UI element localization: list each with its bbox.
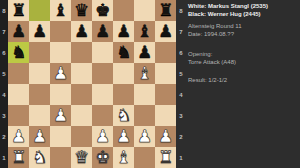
- black-rook[interactable]: ♜: [155, 0, 176, 21]
- white-pawn[interactable]: ♟: [29, 126, 50, 147]
- white-pawn[interactable]: ♟: [8, 126, 29, 147]
- white-pawn[interactable]: ♟: [134, 126, 155, 147]
- square-a8[interactable]: ♜: [8, 0, 29, 21]
- rank-label-2: 2: [0, 126, 8, 147]
- white-knight[interactable]: ♞: [113, 105, 134, 126]
- opening-label: Opening:: [188, 50, 296, 58]
- black-rook[interactable]: ♜: [8, 0, 29, 21]
- black-queen[interactable]: ♛: [71, 0, 92, 21]
- square-c6[interactable]: [50, 42, 71, 63]
- square-b6[interactable]: [29, 42, 50, 63]
- square-a1[interactable]: ♜: [8, 147, 29, 168]
- rank-label-6: 6: [176, 42, 186, 63]
- square-h5[interactable]: [155, 63, 176, 84]
- rank-label-8: 8: [176, 0, 186, 21]
- square-g5[interactable]: ♝: [134, 63, 155, 84]
- white-player-line: White: Markus Stangl (2535): [188, 2, 296, 10]
- white-pawn[interactable]: ♟: [113, 126, 134, 147]
- square-f5[interactable]: [113, 63, 134, 84]
- square-g1[interactable]: [134, 147, 155, 168]
- square-b2[interactable]: ♟: [29, 126, 50, 147]
- square-b1[interactable]: ♞: [29, 147, 50, 168]
- square-g6[interactable]: ♟: [134, 42, 155, 63]
- square-f7[interactable]: ♟: [113, 21, 134, 42]
- white-bishop[interactable]: ♝: [113, 147, 134, 168]
- square-f3[interactable]: ♞: [113, 105, 134, 126]
- chess-app: 87654321 ♜♝♛♚♜♟♟♟♟♟♝♟♞♞♟♟♝♟♞♟♟♟♟♟♟♜♞♛♚♝♜…: [0, 0, 300, 168]
- square-a6[interactable]: ♞: [8, 42, 29, 63]
- white-pawn[interactable]: ♟: [50, 105, 71, 126]
- date-line: Date: 1994.08.??: [188, 30, 296, 38]
- square-h8[interactable]: ♜: [155, 0, 176, 21]
- result-line: Result: 1/2-1/2: [188, 76, 296, 84]
- square-d8[interactable]: ♛: [71, 0, 92, 21]
- white-pawn[interactable]: ♟: [155, 126, 176, 147]
- square-b5[interactable]: [29, 63, 50, 84]
- opening-name: Torre Attack (A48): [188, 58, 296, 66]
- square-c3[interactable]: ♟: [50, 105, 71, 126]
- square-c7[interactable]: [50, 21, 71, 42]
- square-c5[interactable]: ♟: [50, 63, 71, 84]
- square-f8[interactable]: [113, 0, 134, 21]
- square-g8[interactable]: [134, 0, 155, 21]
- square-h7[interactable]: ♟: [155, 21, 176, 42]
- square-g7[interactable]: ♝: [134, 21, 155, 42]
- white-queen[interactable]: ♛: [71, 147, 92, 168]
- black-king[interactable]: ♚: [92, 0, 113, 21]
- black-pawn[interactable]: ♟: [29, 21, 50, 42]
- rank-label-5: 5: [0, 63, 8, 84]
- square-e7[interactable]: ♟: [92, 21, 113, 42]
- black-pawn[interactable]: ♟: [8, 21, 29, 42]
- square-f4[interactable]: [113, 84, 134, 105]
- square-g3[interactable]: [134, 105, 155, 126]
- rank-label-3: 3: [0, 105, 8, 126]
- square-e3[interactable]: [92, 105, 113, 126]
- black-pawn[interactable]: ♟: [71, 21, 92, 42]
- black-pawn[interactable]: ♟: [113, 21, 134, 42]
- square-h3[interactable]: [155, 105, 176, 126]
- square-e2[interactable]: ♟: [92, 126, 113, 147]
- square-d2[interactable]: [71, 126, 92, 147]
- rank-label-1: 1: [0, 147, 8, 168]
- black-bishop[interactable]: ♝: [134, 21, 155, 42]
- square-f2[interactable]: ♟: [113, 126, 134, 147]
- white-bishop[interactable]: ♝: [134, 63, 155, 84]
- square-a2[interactable]: ♟: [8, 126, 29, 147]
- rank-labels-right: 87654321: [176, 0, 186, 168]
- rank-label-8: 8: [0, 0, 8, 21]
- rank-label-5: 5: [176, 63, 186, 84]
- square-b3[interactable]: [29, 105, 50, 126]
- square-d4[interactable]: [71, 84, 92, 105]
- square-e8[interactable]: ♚: [92, 0, 113, 21]
- rank-label-4: 4: [176, 84, 186, 105]
- square-a7[interactable]: ♟: [8, 21, 29, 42]
- square-d1[interactable]: ♛: [71, 147, 92, 168]
- square-c4[interactable]: [50, 84, 71, 105]
- square-d7[interactable]: ♟: [71, 21, 92, 42]
- white-knight[interactable]: ♞: [29, 147, 50, 168]
- square-a5[interactable]: [8, 63, 29, 84]
- square-f1[interactable]: ♝: [113, 147, 134, 168]
- info-panel: 87654321 White: Markus Stangl (2535) Bla…: [176, 0, 300, 168]
- black-pawn[interactable]: ♟: [155, 21, 176, 42]
- square-h4[interactable]: [155, 84, 176, 105]
- square-g2[interactable]: ♟: [134, 126, 155, 147]
- square-g4[interactable]: [134, 84, 155, 105]
- black-knight[interactable]: ♞: [113, 42, 134, 63]
- square-e5[interactable]: [92, 63, 113, 84]
- square-h6[interactable]: [155, 42, 176, 63]
- square-a3[interactable]: [8, 105, 29, 126]
- rank-label-2: 2: [176, 126, 186, 147]
- rank-label-6: 6: [0, 42, 8, 63]
- rank-label-4: 4: [0, 84, 8, 105]
- square-f6[interactable]: ♞: [113, 42, 134, 63]
- square-h1[interactable]: ♜: [155, 147, 176, 168]
- square-c1[interactable]: [50, 147, 71, 168]
- white-pawn[interactable]: ♟: [92, 126, 113, 147]
- rank-label-7: 7: [176, 21, 186, 42]
- square-a4[interactable]: [8, 84, 29, 105]
- white-rook[interactable]: ♜: [155, 147, 176, 168]
- black-pawn[interactable]: ♟: [134, 42, 155, 63]
- white-rook[interactable]: ♜: [8, 147, 29, 168]
- rank-label-7: 7: [0, 21, 8, 42]
- black-pawn[interactable]: ♟: [92, 21, 113, 42]
- square-b7[interactable]: ♟: [29, 21, 50, 42]
- square-b8[interactable]: [29, 0, 50, 21]
- square-c2[interactable]: [50, 126, 71, 147]
- black-knight[interactable]: ♞: [8, 42, 29, 63]
- black-bishop[interactable]: ♝: [50, 0, 71, 21]
- square-d6[interactable]: [71, 42, 92, 63]
- square-d5[interactable]: [71, 63, 92, 84]
- square-e6[interactable]: [92, 42, 113, 63]
- square-d3[interactable]: [71, 105, 92, 126]
- square-b4[interactable]: [29, 84, 50, 105]
- square-e4[interactable]: [92, 84, 113, 105]
- white-pawn[interactable]: ♟: [50, 63, 71, 84]
- event-line: Altensteig Round 11: [188, 22, 296, 30]
- game-info: White: Markus Stangl (2535) Black: Werne…: [186, 0, 300, 168]
- rank-label-3: 3: [176, 105, 186, 126]
- square-e1[interactable]: ♚: [92, 147, 113, 168]
- square-h2[interactable]: ♟: [155, 126, 176, 147]
- square-c8[interactable]: ♝: [50, 0, 71, 21]
- rank-labels-left: 87654321: [0, 0, 8, 168]
- rank-label-1: 1: [176, 147, 186, 168]
- black-player-line: Black: Werner Hug (2445): [188, 10, 296, 18]
- white-king[interactable]: ♚: [92, 147, 113, 168]
- chess-board: ♜♝♛♚♜♟♟♟♟♟♝♟♞♞♟♟♝♟♞♟♟♟♟♟♟♜♞♛♚♝♜: [8, 0, 176, 168]
